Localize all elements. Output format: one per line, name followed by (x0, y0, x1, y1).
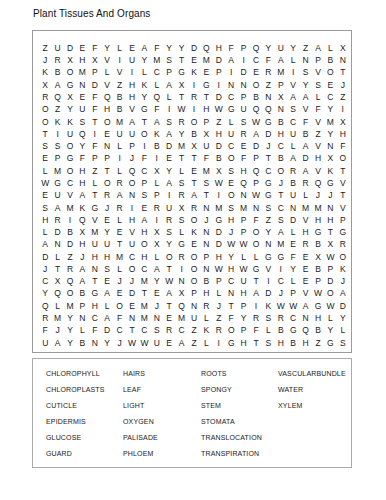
grid-cell-r25c18: T (250, 337, 262, 349)
grid-cell-r2c3: X (64, 54, 76, 66)
grid-cell-r6c9: G (138, 103, 150, 115)
grid-cell-r7c23: V (312, 116, 324, 128)
grid-cell-r15c18: F (250, 214, 262, 226)
grid-cell-r21c18: A (250, 288, 262, 300)
grid-cell-r6c11: I (163, 103, 175, 115)
grid-cell-r13c25: T (337, 189, 349, 201)
grid-cell-r21c16: N (225, 288, 237, 300)
grid-cell-r5c25: Z (337, 91, 349, 103)
grid-cell-r12c10: L (151, 177, 163, 189)
grid-cell-r3c19: R (262, 67, 274, 79)
grid-cell-r15c16: H (225, 214, 237, 226)
grid-cell-r2c23: P (312, 54, 324, 66)
grid-cell-r19c6: S (101, 263, 113, 275)
grid-cell-r13c13: A (188, 189, 200, 201)
grid-cell-r21c9: T (138, 288, 150, 300)
grid-cell-r18c19: G (262, 251, 274, 263)
grid-cell-r1c7: L (113, 42, 125, 54)
grid-cell-r11c18: Q (250, 165, 262, 177)
grid-cell-r15c25: P (337, 214, 349, 226)
grid-cell-r12c11: A (163, 177, 175, 189)
grid-cell-r12c14: S (200, 177, 212, 189)
grid-cell-r13c14: T (200, 189, 212, 201)
grid-cell-r17c9: O (138, 238, 150, 250)
grid-cell-r19c15: W (213, 263, 225, 275)
grid-cell-r9c10: B (151, 140, 163, 152)
grid-cell-r21c19: D (262, 288, 274, 300)
grid-cell-r22c24: W (324, 300, 336, 312)
grid-cell-r20c6: E (101, 275, 113, 287)
grid-cell-r23c21: C (287, 312, 299, 324)
grid-cell-r24c6: D (101, 324, 113, 336)
grid-cell-r14c18: N (250, 202, 262, 214)
grid-cell-r25c13: Z (188, 337, 200, 349)
grid-cell-r22c8: E (126, 300, 138, 312)
grid-cell-r18c21: F (287, 251, 299, 263)
grid-cell-r20c16: C (225, 275, 237, 287)
grid-cell-r9c6: N (101, 140, 113, 152)
grid-cell-r16c1: L (39, 226, 51, 238)
grid-cell-r9c14: U (200, 140, 212, 152)
grid-cell-r6c8: V (126, 103, 138, 115)
grid-cell-r14c24: N (324, 202, 336, 214)
grid-cell-r12c12: S (175, 177, 187, 189)
grid-cell-r22c5: H (89, 300, 101, 312)
grid-cell-r23c11: E (163, 312, 175, 324)
grid-cell-r24c3: Y (64, 324, 76, 336)
grid-cell-r2c15: D (213, 54, 225, 66)
grid-cell-r8c1: T (39, 128, 51, 140)
grid-cell-r13c22: L (299, 189, 311, 201)
grid-cell-r18c17: L (237, 251, 249, 263)
grid-cell-r2c7: I (113, 54, 125, 66)
word-list-item-water: WATER (278, 382, 351, 398)
grid-cell-r7c22: F (299, 116, 311, 128)
grid-cell-r1c23: A (312, 42, 324, 54)
grid-cell-r23c25: Y (337, 312, 349, 324)
grid-cell-r5c1: R (39, 91, 51, 103)
grid-cell-r11c24: K (324, 165, 336, 177)
grid-cell-r20c24: D (324, 275, 336, 287)
grid-cell-r3c10: C (151, 67, 163, 79)
grid-cell-r7c16: L (225, 116, 237, 128)
grid-cell-r13c9: S (138, 189, 150, 201)
grid-cell-r25c2: A (51, 337, 63, 349)
grid-cell-r10c17: F (237, 153, 249, 165)
grid-cell-r12c22: R (299, 177, 311, 189)
grid-cell-r12c23: Q (312, 177, 324, 189)
grid-cell-r4c6: V (101, 79, 113, 91)
grid-cell-r13c1: E (39, 189, 51, 201)
grid-cell-r8c25: H (337, 128, 349, 140)
word-list-item-epidermis: EPIDERMIS (46, 414, 123, 430)
grid-cell-r8c23: Z (312, 128, 324, 140)
grid-cell-r12c16: E (225, 177, 237, 189)
grid-cell-r2c6: V (101, 54, 113, 66)
grid-cell-r18c13: O (188, 251, 200, 263)
grid-cell-r18c15: H (213, 251, 225, 263)
grid-cell-r3c17: D (237, 67, 249, 79)
grid-cell-r4c16: N (225, 79, 237, 91)
grid-cell-r15c7: L (113, 214, 125, 226)
grid-cell-r21c1: Y (39, 288, 51, 300)
grid-cell-r15c3: I (64, 214, 76, 226)
grid-cell-r7c8: A (126, 116, 138, 128)
grid-cell-r10c25: O (337, 153, 349, 165)
grid-cell-r11c6: T (101, 165, 113, 177)
grid-cell-r17c19: N (262, 238, 274, 250)
grid-cell-r24c17: P (237, 324, 249, 336)
grid-cell-r25c5: N (89, 337, 101, 349)
grid-cell-r8c17: R (237, 128, 249, 140)
grid-cell-r14c21: N (287, 202, 299, 214)
grid-cell-r3c23: V (312, 67, 324, 79)
grid-cell-r20c19: I (262, 275, 274, 287)
grid-cell-r22c17: P (237, 300, 249, 312)
grid-cell-r18c23: X (312, 251, 324, 263)
grid-cell-r6c3: Y (64, 103, 76, 115)
grid-cell-r23c4: N (76, 312, 88, 324)
grid-cell-r16c5: M (89, 226, 101, 238)
grid-cell-r7c18: W (250, 116, 262, 128)
grid-cell-r5c17: P (237, 91, 249, 103)
grid-cell-r1c25: X (337, 42, 349, 54)
grid-cell-r25c3: Y (64, 337, 76, 349)
grid-cell-r23c6: A (101, 312, 113, 324)
grid-cell-r11c2: M (51, 165, 63, 177)
puzzle-title: Plant Tissues And Organs (33, 8, 150, 19)
grid-cell-r14c23: M (312, 202, 324, 214)
grid-cell-r10c7: I (113, 153, 125, 165)
grid-cell-r9c8: P (126, 140, 138, 152)
grid-cell-r1c22: Z (299, 42, 311, 54)
grid-cell-r20c14: B (200, 275, 212, 287)
grid-cell-r10c15: B (213, 153, 225, 165)
grid-cell-r9c21: L (287, 140, 299, 152)
grid-cell-r3c6: L (101, 67, 113, 79)
grid-cell-r24c1: F (39, 324, 51, 336)
grid-cell-r5c13: R (188, 91, 200, 103)
grid-cell-r17c11: Y (163, 238, 175, 250)
grid-cell-r19c14: N (200, 263, 212, 275)
grid-cell-r9c9: I (138, 140, 150, 152)
word-list-item-chloroplasts: CHLOROPLASTS (46, 382, 123, 398)
grid-cell-r20c1: C (39, 275, 51, 287)
grid-cell-r8c21: U (287, 128, 299, 140)
grid-cell-r11c19: C (262, 165, 274, 177)
grid-cell-r15c19: Z (262, 214, 274, 226)
grid-cell-r16c21: L (287, 226, 299, 238)
grid-cell-r8c2: I (51, 128, 63, 140)
grid-cell-r24c8: T (126, 324, 138, 336)
grid-cell-r10c2: P (51, 153, 63, 165)
grid-cell-r19c21: Y (287, 263, 299, 275)
grid-cell-r5c2: Q (51, 91, 63, 103)
grid-cell-r14c10: R (151, 202, 163, 214)
grid-cell-r10c16: O (225, 153, 237, 165)
grid-cell-r23c8: N (126, 312, 138, 324)
grid-cell-r21c4: B (76, 288, 88, 300)
grid-cell-r9c22: A (299, 140, 311, 152)
grid-cell-r12c19: G (262, 177, 274, 189)
grid-cell-r13c11: I (163, 189, 175, 201)
grid-cell-r6c12: W (175, 103, 187, 115)
grid-cell-r23c10: N (151, 312, 163, 324)
grid-cell-r10c4: F (76, 153, 88, 165)
grid-cell-r22c2: L (51, 300, 63, 312)
grid-cell-r4c8: H (126, 79, 138, 91)
word-list-item-translocation: TRANSLOCATION (201, 430, 278, 446)
grid-cell-r24c4: L (76, 324, 88, 336)
grid-cell-r24c12: C (175, 324, 187, 336)
grid-cell-r2c4: H (76, 54, 88, 66)
grid-cell-r22c4: P (76, 300, 88, 312)
grid-cell-r22c20: W (275, 300, 287, 312)
grid-cell-r21c10: E (151, 288, 163, 300)
grid-cell-r17c20: M (275, 238, 287, 250)
grid-cell-r4c21: V (287, 79, 299, 91)
grid-cell-r8c20: H (275, 128, 287, 140)
grid-cell-r15c21: D (287, 214, 299, 226)
grid-cell-r6c17: U (237, 103, 249, 115)
grid-cell-r25c9: W (138, 337, 150, 349)
grid-cell-r19c1: J (39, 263, 51, 275)
grid-cell-r20c4: A (76, 275, 88, 287)
grid-cell-r10c3: G (64, 153, 76, 165)
grid-cell-r11c23: V (312, 165, 324, 177)
grid-cell-r23c24: L (324, 312, 336, 324)
grid-cell-r1c2: U (51, 42, 63, 54)
grid-cell-r11c7: L (113, 165, 125, 177)
grid-cell-r24c5: F (89, 324, 101, 336)
grid-cell-r1c17: P (237, 42, 249, 54)
grid-cell-r4c2: A (51, 79, 63, 91)
grid-cell-r24c15: R (213, 324, 225, 336)
grid-cell-r6c5: F (89, 103, 101, 115)
grid-cell-r16c19: Y (262, 226, 274, 238)
grid-cell-r23c13: U (188, 312, 200, 324)
grid-cell-r2c20: A (275, 54, 287, 66)
grid-cell-r16c14: N (200, 226, 212, 238)
grid-cell-r1c12: Y (175, 42, 187, 54)
grid-cell-r19c24: P (324, 263, 336, 275)
grid-cell-r8c24: Y (324, 128, 336, 140)
grid-cell-r12c18: P (250, 177, 262, 189)
grid-cell-r16c24: T (324, 226, 336, 238)
grid-cell-r9c2: S (51, 140, 63, 152)
grid-cell-r22c22: A (299, 300, 311, 312)
grid-cell-r3c4: M (76, 67, 88, 79)
grid-cell-r25c15: I (213, 337, 225, 349)
word-list-item-hairs: HAIRS (123, 366, 201, 382)
grid-cell-r3c18: E (250, 67, 262, 79)
grid-cell-r19c10: A (151, 263, 163, 275)
grid-cell-r21c22: V (299, 288, 311, 300)
grid-cell-r9c19: J (262, 140, 274, 152)
grid-cell-r18c6: H (101, 251, 113, 263)
grid-cell-r18c18: L (250, 251, 262, 263)
word-list-item-guard: GUARD (46, 446, 123, 462)
grid-cell-r18c24: W (324, 251, 336, 263)
grid-cell-r18c20: G (275, 251, 287, 263)
grid-cell-r15c10: I (151, 214, 163, 226)
grid-cell-r13c6: R (101, 189, 113, 201)
grid-cell-r2c25: N (337, 54, 349, 66)
grid-cell-r10c13: T (188, 153, 200, 165)
grid-cell-r12c1: W (39, 177, 51, 189)
grid-cell-r22c12: Q (175, 300, 187, 312)
grid-cell-r16c18: O (250, 226, 262, 238)
grid-cell-r18c2: L (51, 251, 63, 263)
grid-cell-r16c20: A (275, 226, 287, 238)
grid-cell-r10c6: P (101, 153, 113, 165)
grid-cell-r6c16: G (225, 103, 237, 115)
grid-cell-r6c23: F (312, 103, 324, 115)
grid-cell-r12c2: G (51, 177, 63, 189)
grid-cell-r4c10: L (151, 79, 163, 91)
grid-cell-r7c24: M (324, 116, 336, 128)
grid-cell-r22c1: Q (39, 300, 51, 312)
grid-cell-r7c20: B (275, 116, 287, 128)
grid-cell-r12c20: J (275, 177, 287, 189)
grid-cell-r19c11: T (163, 263, 175, 275)
grid-cell-r12c15: W (213, 177, 225, 189)
grid-cell-r9c17: E (237, 140, 249, 152)
grid-cell-r4c4: N (76, 79, 88, 91)
grid-cell-r14c16: S (225, 202, 237, 214)
grid-cell-r15c8: H (126, 214, 138, 226)
grid-cell-r7c19: G (262, 116, 274, 128)
grid-cell-r24c14: K (200, 324, 212, 336)
grid-cell-r25c14: L (200, 337, 212, 349)
grid-cell-r16c25: G (337, 226, 349, 238)
grid-cell-r19c5: N (89, 263, 101, 275)
grid-cell-r4c23: S (312, 79, 324, 91)
grid-cell-r6c15: W (213, 103, 225, 115)
grid-cell-r20c20: C (275, 275, 287, 287)
grid-cell-r11c4: H (76, 165, 88, 177)
grid-cell-r20c13: O (188, 275, 200, 287)
grid-cell-r13c7: A (113, 189, 125, 201)
grid-cell-r2c18: C (250, 54, 262, 66)
grid-cell-r4c20: P (275, 79, 287, 91)
grid-cell-r12c25: V (337, 177, 349, 189)
grid-cell-r5c18: B (250, 91, 262, 103)
grid-cell-r12c9: P (138, 177, 150, 189)
grid-cell-r25c17: H (237, 337, 249, 349)
grid-cell-r7c2: K (51, 116, 63, 128)
grid-cell-r6c13: I (188, 103, 200, 115)
grid-cell-r20c22: E (299, 275, 311, 287)
grid-cell-r1c1: Z (39, 42, 51, 54)
grid-cell-r23c16: F (225, 312, 237, 324)
grid-cell-r15c20: S (275, 214, 287, 226)
grid-cell-r3c21: I (287, 67, 299, 79)
grid-cell-r5c23: L (312, 91, 324, 103)
grid-cell-r8c11: A (163, 128, 175, 140)
grid-cell-r7c9: T (138, 116, 150, 128)
grid-cell-r23c19: S (262, 312, 274, 324)
grid-cell-r19c17: W (237, 263, 249, 275)
word-list-item-phloem: PHLOEM (123, 446, 201, 462)
grid-cell-r18c1: D (39, 251, 51, 263)
grid-cell-r17c22: R (299, 238, 311, 250)
grid-cell-r7c3: K (64, 116, 76, 128)
grid-cell-r22c13: N (188, 300, 200, 312)
grid-cell-r6c19: Q (262, 103, 274, 115)
grid-cell-r17c3: D (64, 238, 76, 250)
grid-cell-r18c5: H (89, 251, 101, 263)
word-list-item-cuticle: CUTICLE (46, 398, 123, 414)
grid-cell-r25c25: S (337, 337, 349, 349)
grid-cell-r20c18: T (250, 275, 262, 287)
grid-cell-r8c4: Q (76, 128, 88, 140)
grid-cell-r22c15: J (213, 300, 225, 312)
word-list-box: CHLOROPHYLLCHLOROPLASTSCUTICLEEPIDERMISG… (32, 358, 352, 468)
grid-cell-r1c6: Y (101, 42, 113, 54)
grid-cell-r6c10: F (151, 103, 163, 115)
grid-cell-r12c6: O (101, 177, 113, 189)
grid-cell-r11c15: X (213, 165, 225, 177)
grid-cell-r19c7: L (113, 263, 125, 275)
grid-cell-r2c17: I (237, 54, 249, 66)
grid-cell-r25c10: U (151, 337, 163, 349)
grid-cell-r5c24: C (324, 91, 336, 103)
grid-cell-r10c24: X (324, 153, 336, 165)
grid-cell-r9c18: D (250, 140, 262, 152)
grid-cell-r23c2: M (51, 312, 63, 324)
grid-cell-r19c12: I (175, 263, 187, 275)
word-list-item-chlorophyll: CHLOROPHYLL (46, 366, 123, 382)
grid-cell-r21c3: O (64, 288, 76, 300)
grid-cell-r12c21: B (287, 177, 299, 189)
grid-cell-r22c3: M (64, 300, 76, 312)
grid-cell-r25c23: Z (312, 337, 324, 349)
grid-cell-r20c11: W (163, 275, 175, 287)
grid-cell-r9c16: C (225, 140, 237, 152)
grid-cell-r8c22: B (299, 128, 311, 140)
grid-cell-r5c11: L (163, 91, 175, 103)
grid-cell-r2c2: R (51, 54, 63, 66)
grid-cell-r13c24: J (324, 189, 336, 201)
grid-cell-r3c11: P (163, 67, 175, 79)
grid-cell-r21c24: O (324, 288, 336, 300)
grid-cell-r6c6: H (101, 103, 113, 115)
grid-cell-r10c22: D (299, 153, 311, 165)
grid-cell-r18c9: H (138, 251, 150, 263)
grid-cell-r14c4: K (76, 202, 88, 214)
grid-cell-r8c19: D (262, 128, 274, 140)
grid-cell-r20c10: Y (151, 275, 163, 287)
grid-cell-r3c13: K (188, 67, 200, 79)
word-list-item-palisade: PALISADE (123, 430, 201, 446)
grid-cell-r11c22: A (299, 165, 311, 177)
grid-cell-r19c23: B (312, 263, 324, 275)
grid-cell-r13c12: R (175, 189, 187, 201)
grid-cell-r25c24: G (324, 337, 336, 349)
grid-cell-r17c24: X (324, 238, 336, 250)
grid-cell-r10c14: F (200, 153, 212, 165)
grid-cell-r14c2: A (51, 202, 63, 214)
grid-cell-r16c7: E (113, 226, 125, 238)
grid-cell-r14c19: S (262, 202, 274, 214)
grid-cell-r1c5: F (89, 42, 101, 54)
grid-cell-r7c5: T (89, 116, 101, 128)
grid-cell-r20c23: P (312, 275, 324, 287)
grid-cell-r8c16: U (225, 128, 237, 140)
grid-cell-r14c8: I (126, 202, 138, 214)
grid-cell-r20c17: U (237, 275, 249, 287)
